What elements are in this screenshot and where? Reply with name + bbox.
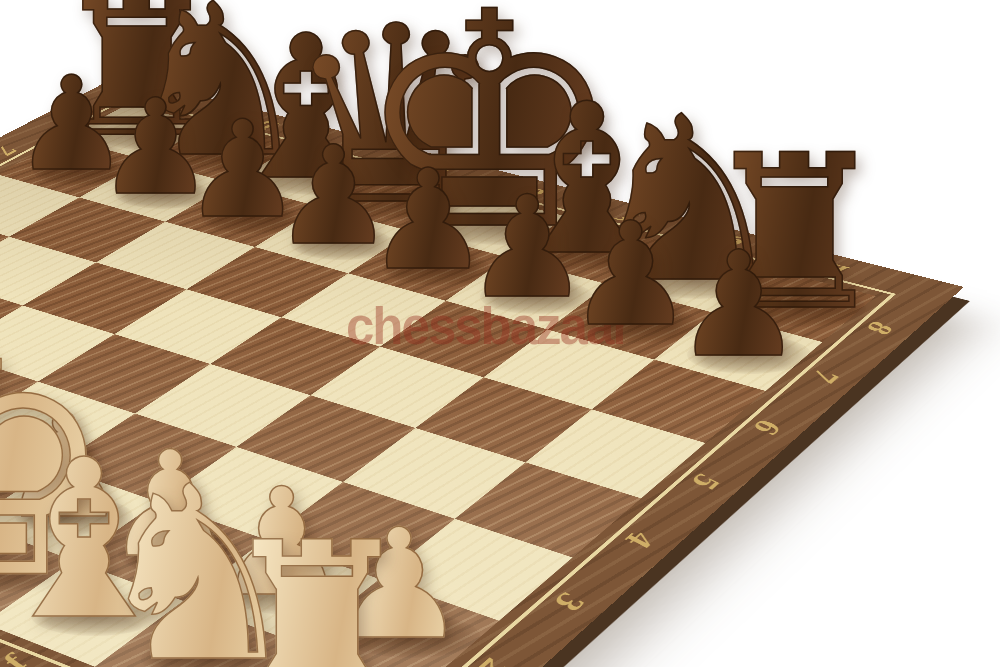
piece-shadow — [265, 164, 363, 195]
piece-dark-pawn-f7: ♟ — [464, 178, 590, 319]
piece-shadow — [33, 157, 125, 186]
piece-shadow — [180, 142, 274, 172]
piece-dark-knight-g8: ♞ — [586, 87, 790, 315]
piece-dark-knight-b8: ♞ — [125, 0, 314, 188]
piece-white-knight-g1: ♞ — [89, 455, 305, 667]
piece-shadow — [480, 279, 593, 315]
piece-dark-pawn-b7: ♟ — [96, 82, 214, 214]
pieces-layer: ♜♞♝♛♚♝♞♜♟♟♟♟♟♟♟♟♟♟♟♟♟♟♛♚♝♞♜ — [0, 0, 1000, 667]
piece-dark-bishop-f8: ♝ — [494, 77, 680, 285]
piece-white-pawn-f2: ♟ — [105, 431, 236, 577]
piece-shadow — [201, 203, 301, 234]
piece-dark-pawn-d7: ♟ — [272, 128, 394, 264]
piece-shadow — [353, 187, 455, 219]
piece-dark-bishop-c8: ♝ — [217, 10, 395, 208]
piece-shadow — [115, 179, 211, 209]
piece-shadow — [541, 236, 652, 271]
piece-dark-queen-d8: ♛ — [286, 0, 506, 239]
piece-shadow — [0, 556, 47, 594]
piece-white-bishop-f1: ♝ — [0, 430, 182, 649]
piece-shadow — [0, 462, 29, 498]
piece-dark-rook-h8: ♜ — [699, 127, 890, 340]
piece-shadow — [445, 211, 552, 245]
piece-shadow — [687, 335, 811, 374]
piece-shadow — [227, 573, 358, 614]
piece-shadow — [118, 534, 243, 573]
piece-shadow — [99, 121, 190, 150]
piece-dark-pawn-c7: ♟ — [183, 104, 303, 238]
piece-dark-pawn-g7: ♟ — [567, 204, 695, 347]
piece-shadow — [290, 227, 394, 260]
piece-shadow — [31, 596, 158, 636]
piece-dark-pawn-a7: ♟ — [13, 60, 129, 190]
piece-white-pawn-d2: ♟ — [0, 361, 26, 501]
piece-white-pawn-e2: ♟ — [0, 395, 128, 538]
piece-shadow — [15, 497, 134, 534]
piece-dark-pawn-e7: ♟ — [366, 152, 490, 290]
piece-shadow — [640, 262, 756, 299]
piece-white-king-e1: ♚ — [0, 309, 117, 621]
piece-white-pawn-g2: ♟ — [215, 469, 348, 618]
piece-dark-king-e8: ♚ — [356, 0, 623, 271]
piece-white-pawn-h2: ♟ — [331, 509, 467, 661]
piece-shadow — [581, 306, 699, 343]
piece-shadow — [141, 638, 275, 667]
piece-shadow — [744, 289, 865, 327]
chessboard-product-photo: aabbccddeeffgghh1122334455667788 ♜♞♝♛♚♝♞… — [0, 0, 1000, 667]
piece-shadow — [383, 252, 491, 286]
piece-white-rook-h1: ♜ — [215, 513, 418, 667]
piece-dark-pawn-h7: ♟ — [673, 232, 803, 377]
piece-shadow — [342, 614, 481, 658]
piece-dark-rook-a8: ♜ — [51, 0, 222, 163]
